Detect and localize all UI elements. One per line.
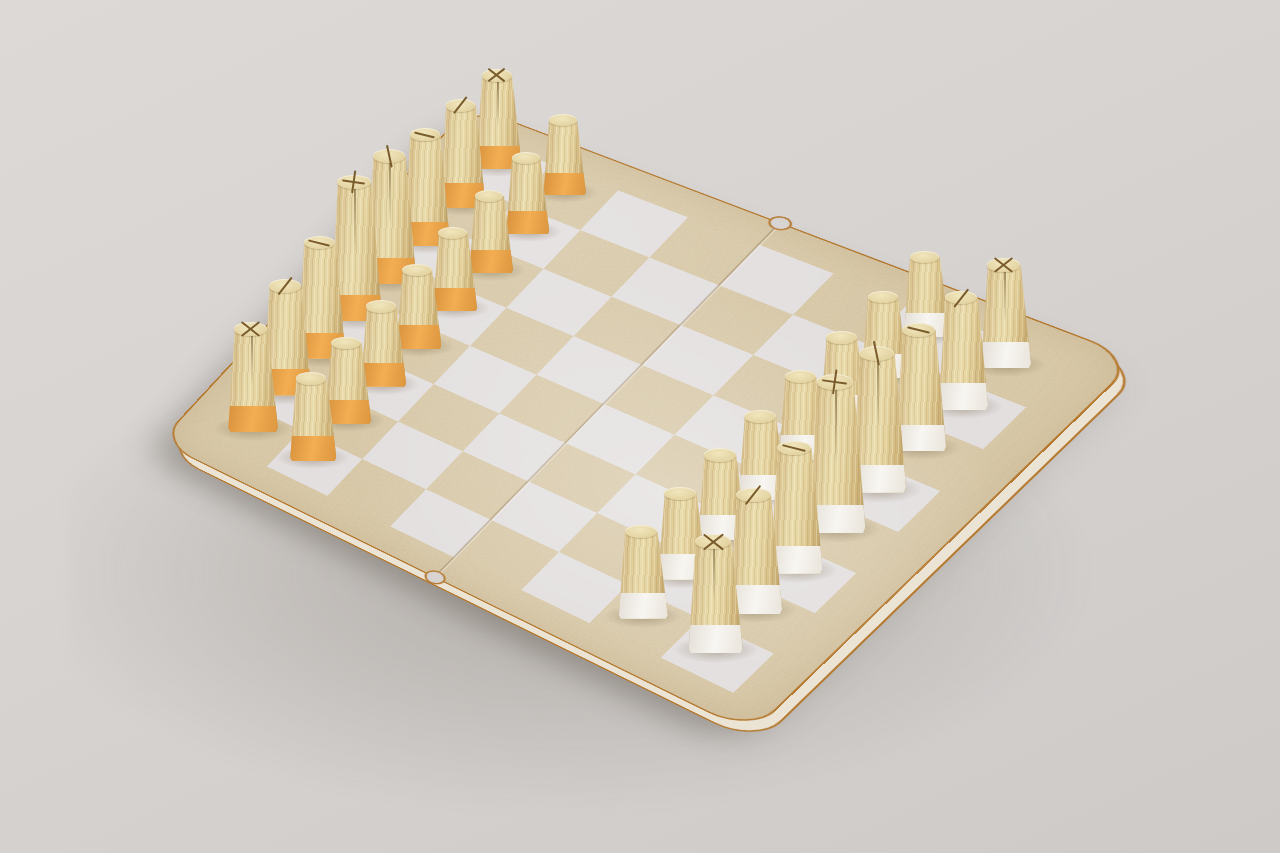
deep-kerf (389, 157, 391, 226)
deep-kerf (877, 354, 879, 429)
piece-cone (939, 298, 988, 410)
deep-kerf (835, 383, 837, 465)
piece-top (269, 279, 301, 292)
base-band (544, 173, 586, 196)
piece-cone (290, 379, 336, 461)
kerf-slot (782, 444, 806, 452)
piece-cone (689, 542, 743, 654)
piece-orange-rook-h8[interactable] (228, 329, 278, 432)
piece-top (704, 448, 736, 461)
piece-orange-pawn-a7[interactable] (544, 120, 586, 195)
kerf-slot (907, 326, 930, 333)
kerf-slot (414, 131, 435, 138)
piece-top (234, 322, 267, 336)
piece-cone (619, 532, 668, 619)
piece-top (331, 337, 361, 350)
piece-top (549, 114, 577, 126)
piece-white-pawn-h2[interactable] (619, 532, 668, 619)
piece-top (482, 69, 512, 82)
piece-top (475, 190, 504, 202)
piece-top (446, 99, 476, 112)
base-band (619, 593, 668, 619)
piece-top (777, 441, 811, 455)
base-band (689, 625, 743, 653)
deep-kerf (713, 543, 715, 603)
piece-cone (982, 265, 1032, 368)
scene (0, 0, 1280, 853)
kerf-slot (309, 239, 331, 246)
piece-top (373, 149, 405, 163)
piece-top (512, 152, 540, 164)
piece-orange-pawn-h7[interactable] (290, 379, 336, 461)
piece-cone (544, 120, 586, 195)
piece-top (736, 488, 770, 502)
piece-top (744, 410, 775, 423)
kerf-slot (453, 97, 467, 115)
base-band (290, 436, 336, 461)
base-band (982, 342, 1032, 368)
deep-kerf (1004, 266, 1006, 322)
piece-top (402, 264, 431, 276)
piece-top (868, 291, 898, 304)
piece-top (902, 323, 935, 337)
piece-cone (228, 329, 278, 432)
deep-kerf (354, 184, 356, 259)
piece-top (366, 300, 396, 313)
piece-white-rook-h1[interactable] (689, 542, 743, 654)
piece-top (859, 346, 894, 361)
kerf-slot (277, 277, 292, 296)
piece-top (826, 331, 856, 344)
deep-kerf (497, 76, 499, 127)
base-band (939, 383, 988, 410)
deep-kerf (251, 330, 253, 386)
piece-top (910, 251, 940, 264)
piece-top (987, 258, 1020, 272)
piece-top (817, 374, 853, 389)
piece-white-knight-b1[interactable] (939, 298, 988, 410)
piece-top (410, 128, 440, 141)
pieces-layer (0, 0, 1280, 853)
base-band (228, 406, 278, 432)
piece-top (695, 534, 731, 549)
piece-white-rook-a1[interactable] (982, 265, 1032, 368)
